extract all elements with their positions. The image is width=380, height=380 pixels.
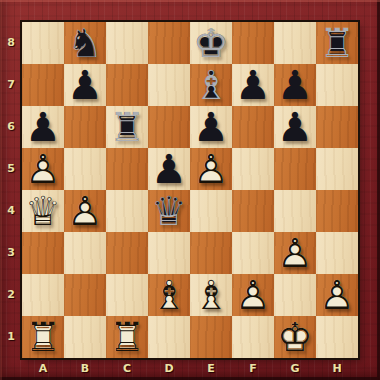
- piece-black-queen[interactable]: [148, 190, 190, 232]
- rank-label-3: 3: [1, 232, 21, 274]
- square-b6[interactable]: [64, 106, 106, 148]
- square-e3[interactable]: [190, 232, 232, 274]
- square-f2[interactable]: [232, 274, 274, 316]
- square-c2[interactable]: [106, 274, 148, 316]
- square-e6[interactable]: [190, 106, 232, 148]
- piece-white-pawn[interactable]: [232, 274, 274, 316]
- square-d5[interactable]: [148, 148, 190, 190]
- square-e2[interactable]: [190, 274, 232, 316]
- square-d3[interactable]: [148, 232, 190, 274]
- square-d1[interactable]: [148, 316, 190, 358]
- square-g7[interactable]: [274, 64, 316, 106]
- square-h4[interactable]: [316, 190, 358, 232]
- square-a7[interactable]: [22, 64, 64, 106]
- square-b5[interactable]: [64, 148, 106, 190]
- file-label-g: G: [274, 359, 316, 379]
- piece-black-pawn[interactable]: [148, 148, 190, 190]
- piece-white-pawn[interactable]: [64, 190, 106, 232]
- piece-white-bishop[interactable]: [190, 274, 232, 316]
- square-f3[interactable]: [232, 232, 274, 274]
- square-b3[interactable]: [64, 232, 106, 274]
- chess-board: [22, 22, 358, 358]
- square-d2[interactable]: [148, 274, 190, 316]
- square-f4[interactable]: [232, 190, 274, 232]
- square-f6[interactable]: [232, 106, 274, 148]
- piece-black-rook[interactable]: [316, 22, 358, 64]
- square-h6[interactable]: [316, 106, 358, 148]
- rank-label-4: 4: [1, 190, 21, 232]
- rank-label-5: 5: [1, 148, 21, 190]
- square-h8[interactable]: [316, 22, 358, 64]
- square-e7[interactable]: [190, 64, 232, 106]
- square-f5[interactable]: [232, 148, 274, 190]
- piece-white-rook[interactable]: [22, 316, 64, 358]
- square-g3[interactable]: [274, 232, 316, 274]
- square-h7[interactable]: [316, 64, 358, 106]
- piece-black-pawn[interactable]: [232, 64, 274, 106]
- square-g5[interactable]: [274, 148, 316, 190]
- rank-label-6: 6: [1, 106, 21, 148]
- square-b1[interactable]: [64, 316, 106, 358]
- square-b7[interactable]: [64, 64, 106, 106]
- piece-black-pawn[interactable]: [274, 64, 316, 106]
- rank-label-8: 8: [1, 22, 21, 64]
- square-a1[interactable]: [22, 316, 64, 358]
- square-g6[interactable]: [274, 106, 316, 148]
- square-e1[interactable]: [190, 316, 232, 358]
- piece-black-bishop[interactable]: [190, 64, 232, 106]
- file-label-h: H: [316, 359, 358, 379]
- piece-white-queen[interactable]: [22, 190, 64, 232]
- piece-white-pawn[interactable]: [316, 274, 358, 316]
- piece-white-rook[interactable]: [106, 316, 148, 358]
- square-a3[interactable]: [22, 232, 64, 274]
- chess-app: 87654321ABCDEFGH: [0, 0, 380, 380]
- piece-black-pawn[interactable]: [190, 106, 232, 148]
- square-f8[interactable]: [232, 22, 274, 64]
- piece-black-pawn[interactable]: [274, 106, 316, 148]
- square-b2[interactable]: [64, 274, 106, 316]
- square-e5[interactable]: [190, 148, 232, 190]
- square-e4[interactable]: [190, 190, 232, 232]
- piece-white-bishop[interactable]: [148, 274, 190, 316]
- file-label-a: A: [22, 359, 64, 379]
- square-h3[interactable]: [316, 232, 358, 274]
- square-c6[interactable]: [106, 106, 148, 148]
- square-a6[interactable]: [22, 106, 64, 148]
- square-c7[interactable]: [106, 64, 148, 106]
- rank-label-2: 2: [1, 274, 21, 316]
- square-a8[interactable]: [22, 22, 64, 64]
- square-b4[interactable]: [64, 190, 106, 232]
- square-c3[interactable]: [106, 232, 148, 274]
- square-f7[interactable]: [232, 64, 274, 106]
- piece-black-knight[interactable]: [64, 22, 106, 64]
- square-d8[interactable]: [148, 22, 190, 64]
- rank-label-7: 7: [1, 64, 21, 106]
- square-b8[interactable]: [64, 22, 106, 64]
- square-h5[interactable]: [316, 148, 358, 190]
- piece-black-rook[interactable]: [106, 106, 148, 148]
- square-h2[interactable]: [316, 274, 358, 316]
- square-e8[interactable]: [190, 22, 232, 64]
- piece-white-pawn[interactable]: [190, 148, 232, 190]
- square-a4[interactable]: [22, 190, 64, 232]
- file-label-e: E: [190, 359, 232, 379]
- piece-white-pawn[interactable]: [22, 148, 64, 190]
- square-c8[interactable]: [106, 22, 148, 64]
- square-g4[interactable]: [274, 190, 316, 232]
- square-f1[interactable]: [232, 316, 274, 358]
- square-c1[interactable]: [106, 316, 148, 358]
- square-g2[interactable]: [274, 274, 316, 316]
- square-d4[interactable]: [148, 190, 190, 232]
- square-a5[interactable]: [22, 148, 64, 190]
- square-c4[interactable]: [106, 190, 148, 232]
- piece-black-king[interactable]: [190, 22, 232, 64]
- piece-white-pawn[interactable]: [274, 232, 316, 274]
- piece-black-pawn[interactable]: [64, 64, 106, 106]
- square-c5[interactable]: [106, 148, 148, 190]
- piece-black-pawn[interactable]: [22, 106, 64, 148]
- file-label-b: B: [64, 359, 106, 379]
- board-frame: 87654321ABCDEFGH: [0, 0, 380, 380]
- square-g1[interactable]: [274, 316, 316, 358]
- square-a2[interactable]: [22, 274, 64, 316]
- rank-label-1: 1: [1, 316, 21, 358]
- square-d6[interactable]: [148, 106, 190, 148]
- file-label-f: F: [232, 359, 274, 379]
- square-d7[interactable]: [148, 64, 190, 106]
- square-h1[interactable]: [316, 316, 358, 358]
- piece-white-king[interactable]: [274, 316, 316, 358]
- file-label-c: C: [106, 359, 148, 379]
- square-g8[interactable]: [274, 22, 316, 64]
- file-label-d: D: [148, 359, 190, 379]
